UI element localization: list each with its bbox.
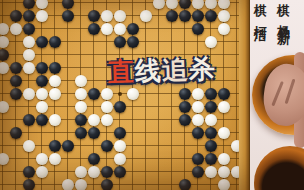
video-frame: 直线追杀 棋 杨鼎新 棋 柯洁 bbox=[0, 0, 304, 190]
black-stone bbox=[88, 88, 100, 100]
white-stone bbox=[218, 10, 230, 22]
black-stone bbox=[192, 166, 204, 178]
black-stone bbox=[127, 36, 139, 48]
black-stone bbox=[127, 23, 139, 35]
black-stone bbox=[62, 140, 74, 152]
white-stone bbox=[101, 101, 113, 113]
white-stone bbox=[49, 75, 61, 87]
white-stone bbox=[88, 114, 100, 126]
black-stone bbox=[114, 127, 126, 139]
black-stone bbox=[114, 101, 126, 113]
black-stone bbox=[62, 10, 74, 22]
black-stone bbox=[10, 62, 22, 74]
white-stone bbox=[218, 179, 230, 190]
black-stone bbox=[88, 10, 100, 22]
black-stone bbox=[101, 166, 113, 178]
black-stone bbox=[36, 62, 48, 74]
black-stone bbox=[205, 101, 217, 113]
caption-char: 追 bbox=[161, 54, 189, 85]
black-stone bbox=[218, 88, 230, 100]
white-stone bbox=[23, 88, 35, 100]
black-stone bbox=[101, 140, 113, 152]
black-stone bbox=[192, 127, 204, 139]
black-stone bbox=[205, 10, 217, 22]
black-stone bbox=[205, 127, 217, 139]
white-stone bbox=[49, 114, 61, 126]
white-stone bbox=[49, 153, 61, 165]
finger-crease bbox=[285, 79, 296, 105]
white-stone bbox=[101, 10, 113, 22]
white-stone bbox=[114, 140, 126, 152]
black-stone bbox=[49, 62, 61, 74]
white-stone bbox=[205, 166, 217, 178]
white-stone bbox=[10, 23, 22, 35]
black-stone bbox=[179, 114, 191, 126]
black-stone bbox=[88, 153, 100, 165]
black-stone bbox=[205, 153, 217, 165]
white-stone bbox=[205, 36, 217, 48]
white-stone bbox=[49, 88, 61, 100]
white-stone bbox=[218, 23, 230, 35]
black-stone bbox=[75, 114, 87, 126]
white-stone bbox=[114, 10, 126, 22]
white-stone bbox=[75, 179, 87, 190]
white-stone bbox=[114, 153, 126, 165]
black-stone bbox=[10, 88, 22, 100]
white-stone bbox=[75, 101, 87, 113]
black-stone bbox=[49, 140, 61, 152]
black-stone bbox=[179, 88, 191, 100]
black-stone bbox=[192, 23, 204, 35]
white-stone bbox=[101, 23, 113, 35]
black-stone bbox=[88, 127, 100, 139]
black-stone bbox=[179, 101, 191, 113]
black-stone bbox=[101, 179, 113, 190]
caption-char: 杀 bbox=[188, 53, 216, 84]
white-stone bbox=[205, 114, 217, 126]
white-stone bbox=[75, 166, 87, 178]
white-stone bbox=[36, 101, 48, 113]
white-stone bbox=[218, 153, 230, 165]
black-stone bbox=[10, 10, 22, 22]
white-stone bbox=[75, 88, 87, 100]
white-stone bbox=[140, 10, 152, 22]
white-stone bbox=[23, 140, 35, 152]
black-stone bbox=[10, 127, 22, 139]
black-stone bbox=[23, 114, 35, 126]
black-stone bbox=[23, 23, 35, 35]
black-stone bbox=[36, 114, 48, 126]
black-stone bbox=[192, 10, 204, 22]
black-stone bbox=[88, 23, 100, 35]
white-stone bbox=[36, 153, 48, 165]
black-stone bbox=[36, 75, 48, 87]
white-stone bbox=[36, 88, 48, 100]
black-stone bbox=[23, 10, 35, 22]
black-stone bbox=[114, 36, 126, 48]
white-stone bbox=[192, 114, 204, 126]
star-point bbox=[118, 92, 122, 96]
white-stone bbox=[36, 10, 48, 22]
player-label-black: 棋 杨鼎新 bbox=[277, 0, 290, 23]
black-stone bbox=[205, 140, 217, 152]
black-stone bbox=[166, 10, 178, 22]
black-stone bbox=[75, 127, 87, 139]
black-stone bbox=[179, 10, 191, 22]
black-stone bbox=[23, 179, 35, 190]
white-stone bbox=[218, 127, 230, 139]
white-stone bbox=[75, 75, 87, 87]
white-stone bbox=[23, 49, 35, 61]
white-stone bbox=[101, 114, 113, 126]
black-stone bbox=[179, 179, 191, 190]
black-stone bbox=[10, 75, 22, 87]
black-stone bbox=[36, 36, 48, 48]
black-stone bbox=[192, 153, 204, 165]
white-stone bbox=[192, 88, 204, 100]
caption-char: 线 bbox=[134, 55, 162, 86]
white-stone bbox=[36, 166, 48, 178]
player-label-white: 棋 柯洁 bbox=[254, 0, 267, 20]
white-stone bbox=[62, 179, 74, 190]
side-panel: 棋 杨鼎新 棋 柯洁 bbox=[250, 0, 304, 190]
board-side-edge bbox=[239, 0, 250, 190]
stone-bowl-bottom bbox=[254, 146, 304, 190]
white-stone bbox=[218, 166, 230, 178]
white-stone bbox=[88, 166, 100, 178]
white-stone bbox=[23, 62, 35, 74]
white-stone bbox=[114, 23, 126, 35]
black-stone bbox=[205, 88, 217, 100]
white-stone bbox=[192, 101, 204, 113]
black-stone bbox=[23, 166, 35, 178]
white-stone bbox=[218, 101, 230, 113]
black-stone bbox=[49, 36, 61, 48]
caption-overlay: 直线追杀 bbox=[107, 51, 228, 91]
finger-crease bbox=[271, 81, 284, 106]
white-stone bbox=[23, 36, 35, 48]
caption-char: 直 bbox=[107, 56, 135, 87]
go-board[interactable] bbox=[0, 0, 250, 190]
black-stone bbox=[114, 166, 126, 178]
